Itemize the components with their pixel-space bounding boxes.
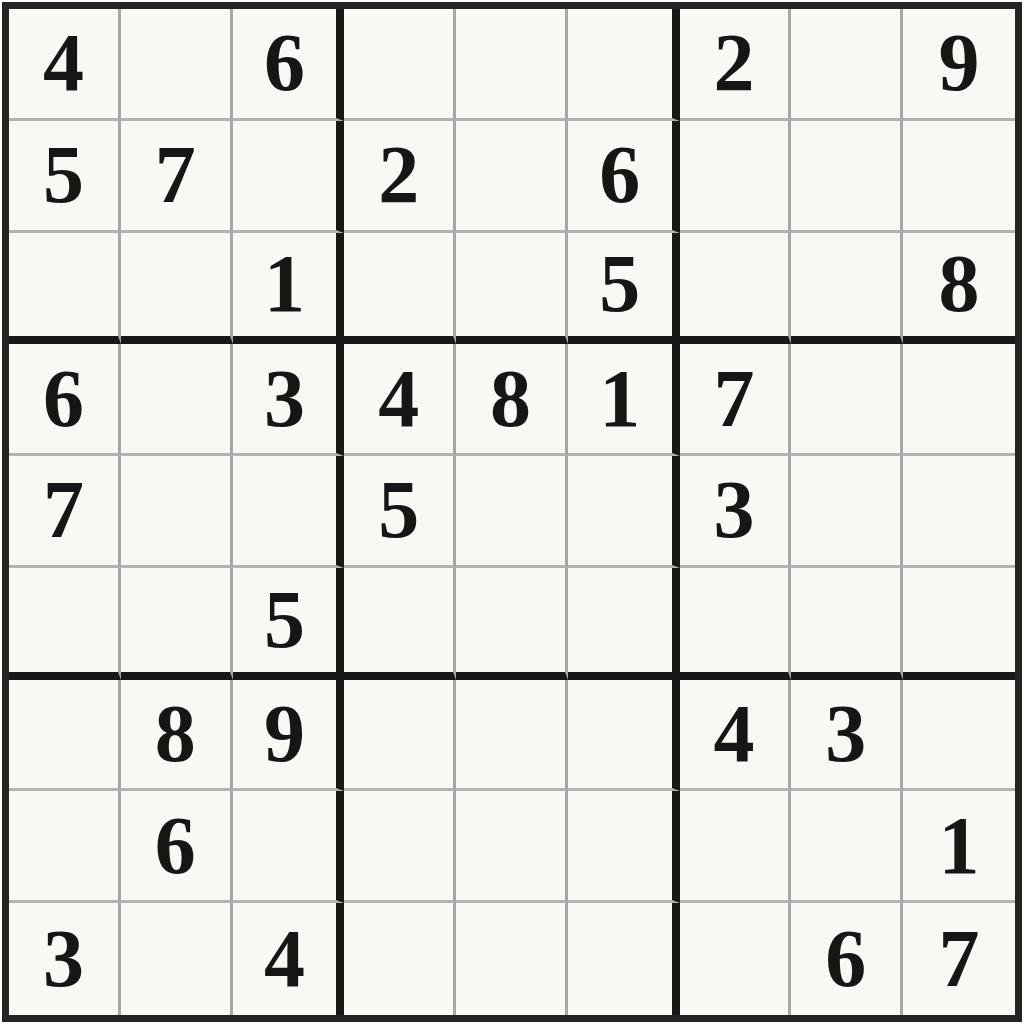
cell-r6c5[interactable] xyxy=(456,568,568,680)
cell-r6c6[interactable] xyxy=(568,568,680,680)
cell-r6c2[interactable] xyxy=(121,568,233,680)
cell-r5c6[interactable] xyxy=(568,456,680,568)
cell-r3c4[interactable] xyxy=(344,233,456,345)
cell-r8c3[interactable] xyxy=(233,791,345,903)
cell-r1c4[interactable] xyxy=(344,9,456,121)
cell-r6c7[interactable] xyxy=(680,568,792,680)
cell-r2c6[interactable]: 6 xyxy=(568,121,680,233)
cell-r3c8[interactable] xyxy=(791,233,903,345)
cell-r8c6[interactable] xyxy=(568,791,680,903)
cell-r7c3[interactable]: 9 xyxy=(233,680,345,792)
cell-digit: 5 xyxy=(599,243,640,325)
cell-digit: 4 xyxy=(43,22,84,104)
cell-r1c9[interactable]: 9 xyxy=(903,9,1015,121)
cell-r9c1[interactable]: 3 xyxy=(9,903,121,1015)
cell-r9c5[interactable] xyxy=(456,903,568,1015)
cell-digit: 6 xyxy=(264,22,305,104)
cell-r1c7[interactable]: 2 xyxy=(680,9,792,121)
cell-digit: 2 xyxy=(378,134,419,216)
cell-digit: 5 xyxy=(378,469,419,551)
cell-digit: 9 xyxy=(939,22,980,104)
cell-r1c2[interactable] xyxy=(121,9,233,121)
cell-r7c2[interactable]: 8 xyxy=(121,680,233,792)
cell-r3c6[interactable]: 5 xyxy=(568,233,680,345)
cell-r9c8[interactable]: 6 xyxy=(791,903,903,1015)
cell-r1c8[interactable] xyxy=(791,9,903,121)
cell-r3c9[interactable]: 8 xyxy=(903,233,1015,345)
cell-r5c4[interactable]: 5 xyxy=(344,456,456,568)
cell-r3c7[interactable] xyxy=(680,233,792,345)
cell-r4c9[interactable] xyxy=(903,344,1015,456)
cell-r3c2[interactable] xyxy=(121,233,233,345)
cell-digit: 3 xyxy=(43,918,84,1000)
cell-r7c6[interactable] xyxy=(568,680,680,792)
cell-r3c3[interactable]: 1 xyxy=(233,233,345,345)
cell-r8c1[interactable] xyxy=(9,791,121,903)
cell-digit: 4 xyxy=(264,918,305,1000)
cell-r5c5[interactable] xyxy=(456,456,568,568)
cell-r4c6[interactable]: 1 xyxy=(568,344,680,456)
cell-r4c8[interactable] xyxy=(791,344,903,456)
cell-r2c8[interactable] xyxy=(791,121,903,233)
cell-r4c5[interactable]: 8 xyxy=(456,344,568,456)
cell-r2c2[interactable]: 7 xyxy=(121,121,233,233)
cell-r7c8[interactable]: 3 xyxy=(791,680,903,792)
cell-digit: 8 xyxy=(490,358,531,440)
cell-r7c7[interactable]: 4 xyxy=(680,680,792,792)
cell-r2c3[interactable] xyxy=(233,121,345,233)
cell-digit: 4 xyxy=(714,693,755,775)
cell-r9c6[interactable] xyxy=(568,903,680,1015)
cell-r1c5[interactable] xyxy=(456,9,568,121)
cell-digit: 1 xyxy=(599,358,640,440)
cell-digit: 7 xyxy=(155,134,196,216)
sudoku-page: 4629572615863481775358943613467 xyxy=(0,0,1024,1024)
cell-digit: 2 xyxy=(714,22,755,104)
cell-r9c2[interactable] xyxy=(121,903,233,1015)
cell-r5c2[interactable] xyxy=(121,456,233,568)
cell-r5c7[interactable]: 3 xyxy=(680,456,792,568)
cell-r6c4[interactable] xyxy=(344,568,456,680)
cell-digit: 5 xyxy=(43,134,84,216)
cell-r8c2[interactable]: 6 xyxy=(121,791,233,903)
cell-r8c4[interactable] xyxy=(344,791,456,903)
cell-r5c8[interactable] xyxy=(791,456,903,568)
cell-r3c5[interactable] xyxy=(456,233,568,345)
cell-r2c9[interactable] xyxy=(903,121,1015,233)
cell-r5c3[interactable] xyxy=(233,456,345,568)
cell-r6c3[interactable]: 5 xyxy=(233,568,345,680)
cell-digit: 1 xyxy=(939,805,980,887)
cell-r9c3[interactable]: 4 xyxy=(233,903,345,1015)
cell-digit: 1 xyxy=(264,243,305,325)
cell-r7c1[interactable] xyxy=(9,680,121,792)
cell-r9c7[interactable] xyxy=(680,903,792,1015)
cell-r4c1[interactable]: 6 xyxy=(9,344,121,456)
cell-r7c4[interactable] xyxy=(344,680,456,792)
cell-r4c2[interactable] xyxy=(121,344,233,456)
cell-digit: 8 xyxy=(155,693,196,775)
cell-r7c9[interactable] xyxy=(903,680,1015,792)
cell-digit: 3 xyxy=(825,693,866,775)
cell-digit: 7 xyxy=(714,358,755,440)
cell-r1c1[interactable]: 4 xyxy=(9,9,121,121)
sudoku-board: 4629572615863481775358943613467 xyxy=(2,2,1022,1022)
cell-r6c9[interactable] xyxy=(903,568,1015,680)
cell-digit: 6 xyxy=(599,134,640,216)
cell-digit: 5 xyxy=(264,579,305,661)
cell-r4c4[interactable]: 4 xyxy=(344,344,456,456)
cell-r7c5[interactable] xyxy=(456,680,568,792)
cell-r8c5[interactable] xyxy=(456,791,568,903)
cell-digit: 6 xyxy=(825,918,866,1000)
cell-r9c4[interactable] xyxy=(344,903,456,1015)
cell-digit: 6 xyxy=(43,358,84,440)
cell-r1c3[interactable]: 6 xyxy=(233,9,345,121)
cell-digit: 9 xyxy=(264,693,305,775)
cell-r8c7[interactable] xyxy=(680,791,792,903)
cell-r2c4[interactable]: 2 xyxy=(344,121,456,233)
cell-r3c1[interactable] xyxy=(9,233,121,345)
cell-digit: 7 xyxy=(43,469,84,551)
cell-r4c3[interactable]: 3 xyxy=(233,344,345,456)
cell-digit: 8 xyxy=(939,243,980,325)
cell-r4c7[interactable]: 7 xyxy=(680,344,792,456)
cell-digit: 3 xyxy=(264,358,305,440)
cell-r6c1[interactable] xyxy=(9,568,121,680)
cell-r5c1[interactable]: 7 xyxy=(9,456,121,568)
cell-digit: 6 xyxy=(155,805,196,887)
cell-digit: 3 xyxy=(714,469,755,551)
cell-digit: 7 xyxy=(939,918,980,1000)
cell-r2c5[interactable] xyxy=(456,121,568,233)
cell-digit: 4 xyxy=(378,358,419,440)
cell-r5c9[interactable] xyxy=(903,456,1015,568)
cell-r1c6[interactable] xyxy=(568,9,680,121)
cell-r8c8[interactable] xyxy=(791,791,903,903)
cell-r8c9[interactable]: 1 xyxy=(903,791,1015,903)
cell-r2c1[interactable]: 5 xyxy=(9,121,121,233)
cell-r2c7[interactable] xyxy=(680,121,792,233)
cell-r9c9[interactable]: 7 xyxy=(903,903,1015,1015)
cell-r6c8[interactable] xyxy=(791,568,903,680)
